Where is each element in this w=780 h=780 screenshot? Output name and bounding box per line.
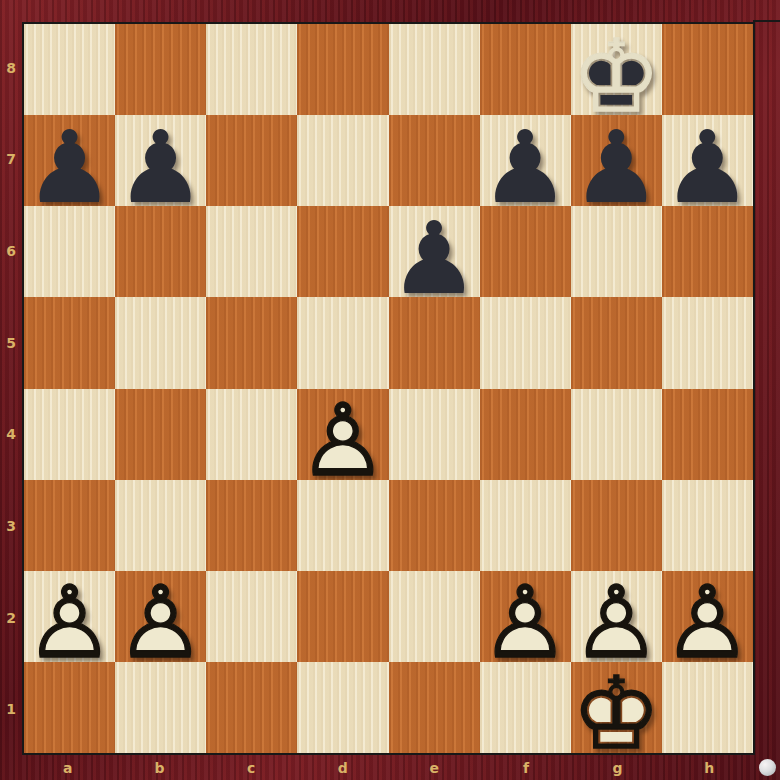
square-d8[interactable]: [297, 24, 388, 115]
square-d1[interactable]: [297, 662, 388, 753]
black-pawn[interactable]: ♟: [389, 206, 480, 297]
file-label-c: c: [205, 755, 297, 780]
white-pawn-outline-glyph: ♙: [25, 573, 115, 673]
chess-board: ♚♔♟♟♟♟♟♟♟♙♟♙♟♙♟♙♟♙♟♙♚♔: [22, 22, 755, 755]
rank-label-1: 1: [0, 663, 22, 755]
rank-label-5: 5: [0, 297, 22, 389]
rank-label-6: 6: [0, 205, 22, 297]
white-pawn-outline-glyph: ♙: [298, 391, 388, 491]
white-pawn-outline-glyph: ♙: [116, 573, 206, 673]
square-b6[interactable]: [115, 206, 206, 297]
square-g4[interactable]: [571, 389, 662, 480]
square-b5[interactable]: [115, 297, 206, 388]
square-b4[interactable]: [115, 389, 206, 480]
square-c6[interactable]: [206, 206, 297, 297]
file-label-h: h: [663, 755, 755, 780]
black-pawn-glyph: ♟: [25, 118, 115, 218]
square-e4[interactable]: [389, 389, 480, 480]
square-h6[interactable]: [662, 206, 753, 297]
square-b2[interactable]: ♟♙: [115, 571, 206, 662]
white-pawn[interactable]: ♟♙: [24, 571, 115, 662]
black-king-glyph: ♚: [571, 27, 661, 127]
square-d2[interactable]: [297, 571, 388, 662]
square-h4[interactable]: [662, 389, 753, 480]
white-pawn[interactable]: ♟♙: [571, 571, 662, 662]
square-d4[interactable]: ♟♙: [297, 389, 388, 480]
white-pawn[interactable]: ♟♙: [662, 571, 753, 662]
file-labels: abcdefgh: [22, 755, 755, 780]
square-f5[interactable]: [480, 297, 571, 388]
square-g1[interactable]: ♚♔: [571, 662, 662, 753]
square-f6[interactable]: [480, 206, 571, 297]
square-c8[interactable]: [206, 24, 297, 115]
square-b7[interactable]: ♟: [115, 115, 206, 206]
white-pawn-outline-glyph: ♙: [663, 573, 753, 673]
square-h8[interactable]: [662, 24, 753, 115]
square-h5[interactable]: [662, 297, 753, 388]
white-pawn-glyph: ♟: [663, 573, 753, 673]
square-a6[interactable]: [24, 206, 115, 297]
square-c5[interactable]: [206, 297, 297, 388]
square-a7[interactable]: ♟: [24, 115, 115, 206]
square-a4[interactable]: [24, 389, 115, 480]
square-e1[interactable]: [389, 662, 480, 753]
white-pawn[interactable]: ♟♙: [480, 571, 571, 662]
white-pawn-glyph: ♟: [116, 573, 206, 673]
square-g2[interactable]: ♟♙: [571, 571, 662, 662]
square-e2[interactable]: [389, 571, 480, 662]
square-f1[interactable]: [480, 662, 571, 753]
square-b3[interactable]: [115, 480, 206, 571]
black-pawn[interactable]: ♟: [662, 115, 753, 206]
black-pawn[interactable]: ♟: [115, 115, 206, 206]
square-e7[interactable]: [389, 115, 480, 206]
white-pawn[interactable]: ♟♙: [115, 571, 206, 662]
square-c3[interactable]: [206, 480, 297, 571]
black-pawn-glyph: ♟: [480, 118, 570, 218]
white-pawn-outline-glyph: ♙: [571, 573, 661, 673]
square-b1[interactable]: [115, 662, 206, 753]
square-e3[interactable]: [389, 480, 480, 571]
square-h2[interactable]: ♟♙: [662, 571, 753, 662]
white-pawn-outline-glyph: ♙: [480, 573, 570, 673]
square-h3[interactable]: [662, 480, 753, 571]
square-f8[interactable]: [480, 24, 571, 115]
white-pawn[interactable]: ♟♙: [297, 389, 388, 480]
black-pawn[interactable]: ♟: [24, 115, 115, 206]
file-label-b: b: [114, 755, 206, 780]
square-c1[interactable]: [206, 662, 297, 753]
white-pawn-glyph: ♟: [25, 573, 115, 673]
file-label-e: e: [389, 755, 481, 780]
black-pawn-glyph: ♟: [571, 118, 661, 218]
square-a3[interactable]: [24, 480, 115, 571]
file-label-f: f: [480, 755, 572, 780]
black-king-outline-glyph: ♔: [571, 27, 661, 127]
square-d7[interactable]: [297, 115, 388, 206]
square-f4[interactable]: [480, 389, 571, 480]
square-c7[interactable]: [206, 115, 297, 206]
square-a1[interactable]: [24, 662, 115, 753]
square-e6[interactable]: ♟: [389, 206, 480, 297]
black-pawn-glyph: ♟: [389, 209, 479, 309]
watermark-dot: [759, 759, 776, 776]
square-h7[interactable]: ♟: [662, 115, 753, 206]
square-a8[interactable]: [24, 24, 115, 115]
rank-label-8: 8: [0, 22, 22, 114]
white-king-glyph: ♚: [571, 664, 661, 764]
square-g8[interactable]: ♚♔: [571, 24, 662, 115]
file-label-g: g: [572, 755, 664, 780]
square-g3[interactable]: [571, 480, 662, 571]
square-a2[interactable]: ♟♙: [24, 571, 115, 662]
square-f3[interactable]: [480, 480, 571, 571]
square-g7[interactable]: ♟: [571, 115, 662, 206]
black-pawn-glyph: ♟: [116, 118, 206, 218]
chess-board-frame: 87654321 ♚♔♟♟♟♟♟♟♟♙♟♙♟♙♟♙♟♙♟♙♚♔ abcdefgh: [0, 0, 780, 780]
square-d3[interactable]: [297, 480, 388, 571]
square-g5[interactable]: [571, 297, 662, 388]
square-h1[interactable]: [662, 662, 753, 753]
rank-label-7: 7: [0, 114, 22, 206]
black-pawn-glyph: ♟: [663, 118, 753, 218]
white-pawn-glyph: ♟: [298, 391, 388, 491]
rank-label-4: 4: [0, 389, 22, 481]
file-label-a: a: [22, 755, 114, 780]
black-king[interactable]: ♚♔: [571, 24, 662, 115]
square-f2[interactable]: ♟♙: [480, 571, 571, 662]
white-pawn-glyph: ♟: [571, 573, 661, 673]
square-c4[interactable]: [206, 389, 297, 480]
black-pawn[interactable]: ♟: [480, 115, 571, 206]
white-king[interactable]: ♚♔: [571, 662, 662, 753]
square-b8[interactable]: [115, 24, 206, 115]
rank-label-2: 2: [0, 572, 22, 664]
square-c2[interactable]: [206, 571, 297, 662]
board-edge-line-extension: [753, 20, 780, 22]
square-e5[interactable]: [389, 297, 480, 388]
file-label-d: d: [297, 755, 389, 780]
square-a5[interactable]: [24, 297, 115, 388]
square-d6[interactable]: [297, 206, 388, 297]
rank-labels: 87654321: [0, 22, 22, 755]
black-pawn[interactable]: ♟: [571, 115, 662, 206]
square-f7[interactable]: ♟: [480, 115, 571, 206]
square-g6[interactable]: [571, 206, 662, 297]
square-d5[interactable]: [297, 297, 388, 388]
white-king-outline-glyph: ♔: [571, 664, 661, 764]
rank-label-3: 3: [0, 480, 22, 572]
square-e8[interactable]: [389, 24, 480, 115]
white-pawn-glyph: ♟: [480, 573, 570, 673]
